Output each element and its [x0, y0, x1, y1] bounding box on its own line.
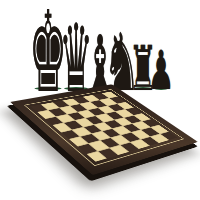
square: [141, 137, 159, 146]
square: [122, 133, 140, 142]
square: [90, 141, 109, 151]
square: [53, 123, 71, 132]
black-pawn-glyph: ♟: [147, 44, 174, 98]
square: [73, 127, 91, 136]
square: [121, 142, 139, 151]
piece-black-pawn: ♟: [161, 44, 200, 98]
square: [76, 118, 93, 126]
square: [92, 131, 110, 140]
square: [87, 151, 106, 161]
square: [69, 137, 88, 146]
square: [84, 125, 102, 134]
square: [110, 145, 129, 155]
square: [57, 114, 74, 122]
square: [65, 121, 83, 129]
square: [45, 117, 63, 125]
square: [78, 144, 97, 154]
square: [103, 129, 121, 138]
square: [99, 148, 118, 158]
square: [61, 130, 79, 139]
chess-set-product-photo: ♚ ♛ ♝ ♞ ♜ ♟: [0, 0, 200, 200]
square: [101, 138, 119, 147]
square: [81, 134, 99, 143]
square: [132, 130, 149, 139]
